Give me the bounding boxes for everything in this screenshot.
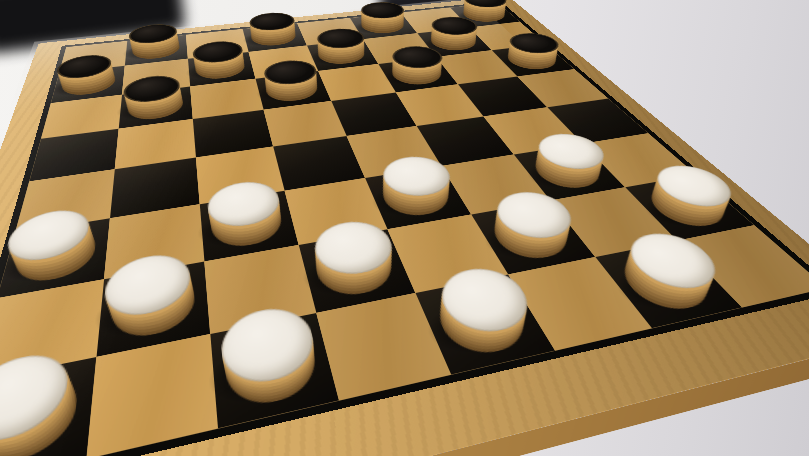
square-r4c3[interactable] — [193, 110, 273, 158]
piece-white-r8c1[interactable] — [0, 357, 97, 456]
piece-white-r7c8[interactable] — [625, 175, 754, 241]
piece-white-r6c1[interactable] — [0, 218, 110, 298]
board-perspective-wrap — [0, 0, 809, 456]
piece-white-r8c3[interactable] — [210, 313, 339, 429]
board-grid — [0, 1, 809, 456]
piece-black-r2c3[interactable] — [188, 52, 256, 86]
square-r4c1[interactable] — [29, 129, 118, 182]
photo-scene — [0, 0, 809, 456]
piece-white-r8c5[interactable] — [416, 274, 556, 374]
checkers-board — [0, 0, 809, 456]
